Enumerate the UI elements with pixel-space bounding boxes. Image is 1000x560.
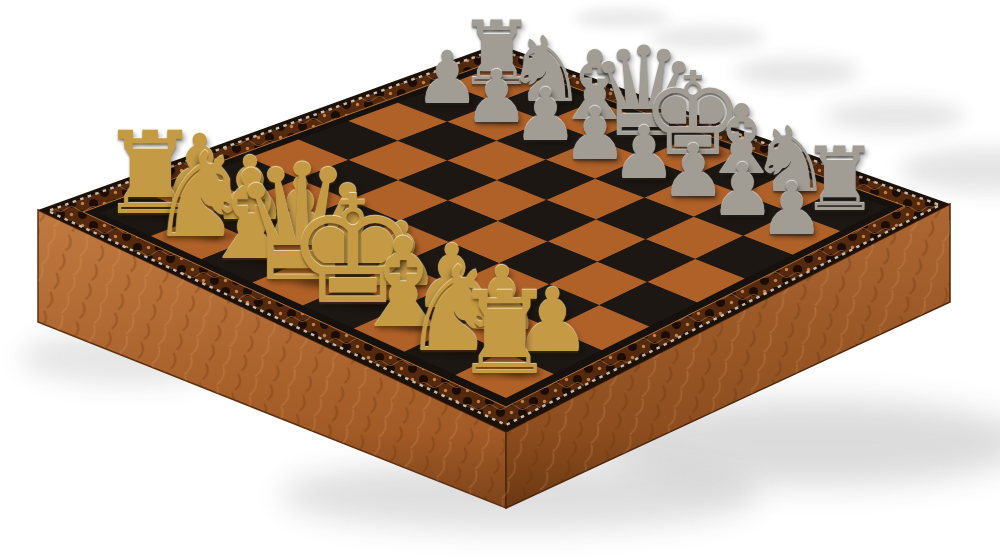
product-photo-scene: ♜♞♝♛♚♝♞♜♟♟♟♟♟♟♟♟♟♟♟♟♟♟♟♟♜♞♝♛♚♝♞♜ bbox=[0, 0, 1000, 560]
piece-white-rook-h1[interactable]: ♜ bbox=[453, 282, 555, 385]
piece-black-pawn-h7[interactable]: ♟ bbox=[759, 176, 824, 242]
pieces-layer: ♜♞♝♛♚♝♞♜♟♟♟♟♟♟♟♟♟♟♟♟♟♟♟♟♜♞♝♛♚♝♞♜ bbox=[0, 0, 1000, 560]
